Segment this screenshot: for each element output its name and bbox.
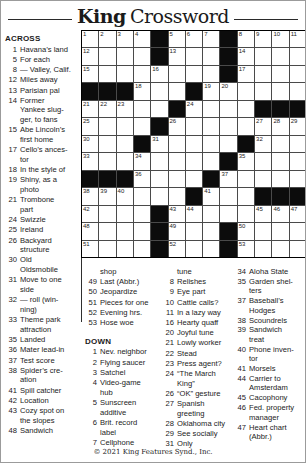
grid-cell[interactable] bbox=[151, 101, 167, 117]
clue-list-header: ACROSS bbox=[5, 34, 82, 44]
header-rule-right bbox=[234, 19, 298, 20]
grid-cell[interactable] bbox=[220, 188, 236, 204]
grid-cell[interactable]: 16 bbox=[151, 66, 167, 82]
grid-cell[interactable] bbox=[117, 136, 133, 152]
clue-number: 32 bbox=[5, 295, 17, 314]
grid-cell[interactable] bbox=[272, 171, 288, 187]
grid-cell[interactable] bbox=[99, 153, 115, 169]
grid-cell[interactable]: 7 bbox=[203, 31, 219, 47]
clue-number: 29 bbox=[162, 429, 174, 439]
grid-cell[interactable]: 19 bbox=[203, 83, 219, 99]
grid-cell[interactable] bbox=[290, 171, 306, 187]
clue-text: Cellphone bbox=[100, 438, 134, 448]
clue-number: 18 bbox=[5, 165, 17, 175]
grid-cell[interactable] bbox=[203, 153, 219, 169]
grid-cell[interactable]: 43 bbox=[169, 206, 185, 222]
clue: 12Miles away bbox=[5, 75, 82, 85]
clue-number: 23 bbox=[162, 359, 174, 369]
grid-cell[interactable] bbox=[117, 153, 133, 169]
clue-text: Press agent? bbox=[177, 359, 222, 369]
cell-number: 11 bbox=[291, 31, 297, 38]
grid-cell[interactable] bbox=[134, 48, 150, 64]
clue: 46Fed. property manager bbox=[234, 403, 306, 422]
clue: 52Evening hrs. bbox=[85, 308, 162, 318]
grid-cell[interactable]: 2 bbox=[99, 31, 115, 47]
clue-number: 21 bbox=[5, 195, 17, 214]
grid-cell[interactable]: 21 bbox=[82, 101, 98, 117]
grid-cell[interactable] bbox=[220, 118, 236, 134]
grid-cell[interactable]: 41 bbox=[203, 188, 219, 204]
grid-cell[interactable] bbox=[203, 206, 219, 222]
grid-cell[interactable] bbox=[255, 241, 271, 257]
grid-cell[interactable] bbox=[203, 101, 219, 117]
clue-text: Shiny, as a photo bbox=[20, 175, 57, 194]
clue: 33Theme park attraction bbox=[5, 315, 82, 334]
grid-cell[interactable]: 38 bbox=[82, 188, 98, 204]
grid-cell[interactable] bbox=[99, 241, 115, 257]
block-cell bbox=[220, 48, 236, 64]
clue-text: Flying saucer bbox=[100, 358, 145, 368]
clue: 2Flying saucer bbox=[85, 358, 162, 368]
clue-number: 27 bbox=[162, 399, 174, 418]
grid-cell[interactable] bbox=[169, 83, 185, 99]
clue-text: Spill catcher bbox=[20, 386, 61, 396]
grid-cell[interactable] bbox=[290, 48, 306, 64]
clue-text: Morsels bbox=[249, 364, 276, 373]
grid-cell[interactable] bbox=[255, 171, 271, 187]
grid-cell[interactable]: 11 bbox=[290, 31, 306, 47]
grid-cell[interactable] bbox=[117, 223, 133, 239]
clue-text: In the style of bbox=[20, 165, 65, 175]
grid-cell[interactable] bbox=[238, 206, 254, 222]
block-cell bbox=[134, 136, 150, 152]
grid-cell[interactable]: 14 bbox=[238, 48, 254, 64]
grid-cell[interactable] bbox=[99, 223, 115, 239]
grid-cell[interactable] bbox=[117, 118, 133, 134]
grid-cell[interactable] bbox=[186, 223, 202, 239]
grid-cell[interactable] bbox=[203, 66, 219, 82]
grid-cell[interactable] bbox=[290, 153, 306, 169]
grid-cell[interactable] bbox=[203, 136, 219, 152]
cell-number: 9 bbox=[256, 31, 259, 38]
clue: 38Spider’s cre- ation bbox=[5, 366, 82, 385]
clue-text: Joyful tune bbox=[177, 328, 214, 338]
grid-cell[interactable] bbox=[134, 66, 150, 82]
clue-text: Satchel bbox=[100, 368, 125, 378]
cell-number: 37 bbox=[221, 171, 228, 178]
grid-cell[interactable] bbox=[186, 136, 202, 152]
block-cell bbox=[151, 31, 167, 47]
block-cell bbox=[220, 241, 236, 257]
clue: 43Cozy spot on the slopes bbox=[5, 406, 82, 425]
grid-cell[interactable] bbox=[99, 118, 115, 134]
clue: 25Ireland bbox=[5, 225, 82, 235]
clue-text: Stead bbox=[177, 349, 197, 359]
grid-cell[interactable] bbox=[99, 48, 115, 64]
clue: 36Mater lead-in bbox=[5, 345, 82, 355]
block-cell bbox=[203, 171, 219, 187]
grid-cell[interactable]: 18 bbox=[134, 83, 150, 99]
clue-text: Miles away bbox=[20, 75, 58, 85]
cell-number: 26 bbox=[170, 118, 177, 125]
title-king: King bbox=[77, 5, 126, 27]
grid-cell[interactable]: 44 bbox=[186, 206, 202, 222]
grid-cell[interactable]: 52 bbox=[169, 241, 185, 257]
grid-cell[interactable]: 8 bbox=[238, 31, 254, 47]
block-cell bbox=[151, 48, 167, 64]
grid-cell[interactable]: 29 bbox=[290, 118, 306, 134]
clue-number: 30 bbox=[5, 255, 17, 274]
grid-cell[interactable]: 50 bbox=[238, 223, 254, 239]
grid-cell[interactable] bbox=[238, 83, 254, 99]
block-cell bbox=[117, 83, 133, 99]
clue-number: 36 bbox=[5, 345, 17, 355]
clue-text: Spanish greeting bbox=[177, 399, 204, 418]
grid-cell[interactable]: 53 bbox=[238, 241, 254, 257]
clue-number: 37 bbox=[5, 356, 17, 366]
clue-text: Hose woe bbox=[100, 318, 134, 328]
grid-cell[interactable] bbox=[117, 206, 133, 222]
grid-cell[interactable]: 30 bbox=[82, 136, 98, 152]
clue: 26Backyard structure bbox=[5, 236, 82, 255]
cell-number: 22 bbox=[100, 101, 107, 108]
grid-cell[interactable] bbox=[272, 223, 288, 239]
clue-number bbox=[85, 267, 97, 277]
clue-number: 2 bbox=[85, 358, 97, 368]
clue: 44Carrier to Amsterdam bbox=[234, 374, 306, 393]
grid-cell[interactable]: 31 bbox=[151, 136, 167, 152]
cell-number: 40 bbox=[118, 188, 125, 195]
cell-number: 33 bbox=[83, 153, 90, 160]
grid-cell[interactable] bbox=[220, 136, 236, 152]
grid-cell[interactable] bbox=[151, 188, 167, 204]
clue-text: Cacophony bbox=[249, 393, 287, 402]
grid-cell[interactable] bbox=[134, 206, 150, 222]
cell-number: 49 bbox=[170, 223, 177, 230]
grid-cell[interactable] bbox=[134, 101, 150, 117]
clue-number: 51 bbox=[85, 298, 97, 308]
clue: 49Last (Abbr.) bbox=[85, 277, 162, 287]
grid-cell[interactable] bbox=[151, 153, 167, 169]
grid-cell[interactable]: 13 bbox=[169, 48, 185, 64]
cell-number: 4 bbox=[135, 31, 138, 38]
grid-cell[interactable] bbox=[186, 153, 202, 169]
clue-text: Sandwich bbox=[20, 426, 53, 436]
grid-cell[interactable] bbox=[272, 153, 288, 169]
grid-cell[interactable] bbox=[99, 136, 115, 152]
grid-cell[interactable] bbox=[134, 118, 150, 134]
clue-number: 19 bbox=[5, 175, 17, 194]
clue-text: Hearty quaff bbox=[177, 318, 218, 328]
clue: 35Garden shel- ters bbox=[234, 277, 306, 296]
grid-cell[interactable]: 3 bbox=[117, 31, 133, 47]
grid-cell[interactable] bbox=[203, 223, 219, 239]
grid-cell[interactable] bbox=[290, 136, 306, 152]
clue-number: 6 bbox=[85, 418, 97, 437]
clue-number: 38 bbox=[234, 316, 246, 325]
clue-number: 10 bbox=[162, 298, 174, 308]
clue-number: 50 bbox=[85, 287, 97, 297]
grid-cell[interactable]: 27 bbox=[255, 118, 271, 134]
clue-number: 8 bbox=[5, 65, 17, 75]
grid-cell[interactable] bbox=[255, 83, 271, 99]
clue-number: 16 bbox=[162, 318, 174, 328]
cell-number: 1 bbox=[83, 31, 86, 38]
cell-number: 41 bbox=[204, 188, 211, 195]
grid-cell[interactable] bbox=[255, 153, 271, 169]
clue-text: “OK” gesture bbox=[177, 389, 220, 399]
clue-text: Eye part bbox=[177, 287, 205, 297]
grid-cell[interactable] bbox=[272, 136, 288, 152]
clue: 37Test score bbox=[5, 356, 82, 366]
grid-cell[interactable] bbox=[169, 171, 185, 187]
grid-cell[interactable] bbox=[169, 66, 185, 82]
clue-text: Pieces for one bbox=[100, 298, 149, 308]
grid-cell[interactable] bbox=[99, 66, 115, 82]
grid-cell[interactable] bbox=[99, 206, 115, 222]
clue-text: Cattle calls? bbox=[177, 298, 218, 308]
block-cell bbox=[99, 171, 115, 187]
cell-number: 39 bbox=[100, 188, 107, 195]
grid-cell[interactable] bbox=[220, 206, 236, 222]
block-cell bbox=[151, 241, 167, 257]
clue-number: 28 bbox=[162, 419, 174, 429]
grid-cell[interactable]: 37 bbox=[220, 171, 236, 187]
grid-cell[interactable] bbox=[117, 66, 133, 82]
cell-number: 43 bbox=[170, 206, 177, 213]
clue-text: shop bbox=[100, 267, 116, 277]
cell-number: 48 bbox=[83, 223, 90, 230]
grid-cell[interactable]: 24 bbox=[186, 101, 202, 117]
clue: 50Jeopardize bbox=[85, 287, 162, 297]
grid-cell[interactable] bbox=[134, 241, 150, 257]
grid-cell[interactable]: 33 bbox=[82, 153, 98, 169]
grid-cell[interactable] bbox=[117, 241, 133, 257]
cell-number: 12 bbox=[83, 48, 90, 55]
clue: 34Aloha State bbox=[234, 267, 306, 276]
clue: 53Hose woe bbox=[85, 318, 162, 328]
cell-number: 51 bbox=[83, 241, 90, 248]
grid-cell[interactable]: 36 bbox=[134, 171, 150, 187]
cell-number: 2 bbox=[100, 31, 103, 38]
grid-cell[interactable]: 12 bbox=[82, 48, 98, 64]
grid-cell[interactable] bbox=[203, 118, 219, 134]
grid-cell[interactable]: 32 bbox=[255, 136, 271, 152]
clue-text: Havana’s land bbox=[20, 45, 68, 55]
grid-cell[interactable] bbox=[238, 171, 254, 187]
grid-cell[interactable] bbox=[290, 241, 306, 257]
grid-cell[interactable] bbox=[290, 66, 306, 82]
grid-cell[interactable] bbox=[203, 48, 219, 64]
cell-number: 31 bbox=[152, 136, 159, 143]
grid-cell[interactable] bbox=[272, 83, 288, 99]
grid-cell[interactable] bbox=[134, 223, 150, 239]
clue-number: 41 bbox=[234, 364, 246, 373]
clue-text: Phone inven- tor bbox=[249, 345, 294, 364]
clue: 17Cello’s ances- tor bbox=[5, 145, 82, 164]
grid-cell[interactable]: 40 bbox=[117, 188, 133, 204]
clue: 51Pieces for one bbox=[85, 298, 162, 308]
clue-number: 44 bbox=[234, 374, 246, 393]
grid-cell[interactable] bbox=[117, 48, 133, 64]
grid-cell[interactable] bbox=[290, 83, 306, 99]
clue-column-across: ACROSS1Havana’s land5For each8— Valley, … bbox=[5, 34, 82, 436]
clue: 47Heart chart (Abbr.) bbox=[234, 423, 306, 442]
grid-cell[interactable]: 28 bbox=[272, 118, 288, 134]
clue-text: Carrier to Amsterdam bbox=[249, 374, 288, 393]
cell-number: 30 bbox=[83, 136, 90, 143]
grid-cell[interactable]: 46 bbox=[272, 206, 288, 222]
clue-number: 5 bbox=[5, 55, 17, 65]
grid-cell[interactable] bbox=[169, 153, 185, 169]
grid-cell[interactable]: 20 bbox=[220, 83, 236, 99]
clue: 41Spill catcher bbox=[5, 386, 82, 396]
grid-cell[interactable]: 48 bbox=[82, 223, 98, 239]
grid-cell[interactable] bbox=[238, 118, 254, 134]
header-rule-left bbox=[8, 19, 72, 20]
crossword-grid: 1234567891011121314151617181920212223242… bbox=[81, 30, 306, 258]
clue: 15Abe Lincoln’s first home bbox=[5, 125, 82, 144]
block-cell bbox=[186, 83, 202, 99]
clue-number: 26 bbox=[5, 236, 17, 255]
clue-number: 24 bbox=[5, 215, 17, 225]
grid-cell[interactable] bbox=[272, 66, 288, 82]
grid-cell[interactable]: 9 bbox=[255, 31, 271, 47]
clue: 24“The March King” bbox=[162, 369, 234, 388]
clue-number: 17 bbox=[5, 145, 17, 164]
cell-number: 36 bbox=[135, 171, 142, 178]
grid-cell[interactable]: 22 bbox=[99, 101, 115, 117]
block-cell bbox=[151, 206, 167, 222]
block-cell bbox=[290, 188, 306, 204]
grid-cell[interactable] bbox=[186, 48, 202, 64]
cell-number: 47 bbox=[291, 206, 298, 213]
clue: 13Parisian pal bbox=[5, 86, 82, 96]
grid-cell[interactable]: 23 bbox=[117, 101, 133, 117]
clue-text: Relishes bbox=[177, 277, 206, 287]
cell-number: 19 bbox=[204, 83, 211, 90]
block-cell bbox=[186, 188, 202, 204]
grid-cell[interactable]: 10 bbox=[272, 31, 288, 47]
clue-text: Cozy spot on the slopes bbox=[20, 406, 64, 425]
grid-cell[interactable] bbox=[169, 188, 185, 204]
grid-cell[interactable]: 15 bbox=[82, 66, 98, 82]
grid-cell[interactable]: 4 bbox=[134, 31, 150, 47]
clue-text: — Valley, Calif. bbox=[20, 65, 71, 75]
clue-text: See socially bbox=[177, 429, 218, 439]
grid-cell[interactable]: 1 bbox=[82, 31, 98, 47]
grid-cell[interactable]: 45 bbox=[255, 206, 271, 222]
clue-text: In a lazy way bbox=[177, 308, 221, 318]
clue: 9Eye part bbox=[162, 287, 234, 297]
grid-cell[interactable] bbox=[151, 83, 167, 99]
clue: 8— Valley, Calif. bbox=[5, 65, 82, 75]
grid-cell[interactable] bbox=[255, 223, 271, 239]
grid-cell[interactable] bbox=[290, 223, 306, 239]
grid-cell[interactable]: 49 bbox=[169, 223, 185, 239]
clue-number: 53 bbox=[85, 318, 97, 328]
clue-number: 49 bbox=[85, 277, 97, 287]
clue-text: Sandwich treat bbox=[249, 325, 282, 344]
clue-text: Theme park attraction bbox=[20, 315, 61, 334]
clue: 23Press agent? bbox=[162, 359, 234, 369]
grid-cell[interactable]: 26 bbox=[169, 118, 185, 134]
grid-cell[interactable] bbox=[238, 101, 254, 117]
grid-cell[interactable] bbox=[220, 101, 236, 117]
clue: 16Hearty quaff bbox=[162, 318, 234, 328]
clue-number: 39 bbox=[234, 325, 246, 344]
grid-cell[interactable] bbox=[255, 66, 271, 82]
clue: 27Spanish greeting bbox=[162, 399, 234, 418]
clue-number: 35 bbox=[234, 277, 246, 296]
block-cell bbox=[82, 83, 98, 99]
block-cell bbox=[117, 171, 133, 187]
grid-cell[interactable] bbox=[186, 66, 202, 82]
clue-number: 43 bbox=[5, 406, 17, 425]
clue: 39Sandwich treat bbox=[234, 325, 306, 344]
clue: 8Relishes bbox=[162, 277, 234, 287]
clue-text: Garden shel- ters bbox=[249, 277, 293, 296]
grid-cell[interactable] bbox=[169, 136, 185, 152]
grid-cell[interactable]: 25 bbox=[82, 118, 98, 134]
cell-number: 28 bbox=[273, 118, 280, 125]
clue: 38Scoundrels bbox=[234, 316, 306, 325]
clue: 5For each bbox=[5, 55, 82, 65]
block-cell bbox=[220, 223, 236, 239]
grid-cell[interactable]: 34 bbox=[134, 153, 150, 169]
cell-number: 44 bbox=[187, 206, 194, 213]
block-cell bbox=[290, 101, 306, 117]
clue-number: 35 bbox=[5, 335, 17, 345]
grid-cell[interactable]: 17 bbox=[238, 66, 254, 82]
clue-text: Video-game hub bbox=[100, 378, 141, 397]
grid-cell[interactable] bbox=[186, 171, 202, 187]
clue-text: Move to one side bbox=[20, 275, 62, 294]
grid-cell[interactable]: 39 bbox=[99, 188, 115, 204]
clue: 11In a lazy way bbox=[162, 308, 234, 318]
clue-text: Last (Abbr.) bbox=[100, 277, 139, 287]
grid-cell[interactable] bbox=[151, 171, 167, 187]
cell-number: 15 bbox=[83, 66, 90, 73]
clue-number: 38 bbox=[5, 366, 17, 385]
clue-number: 41 bbox=[5, 386, 17, 396]
clue-text: Baseball’s Hodges bbox=[249, 296, 283, 315]
grid-cell[interactable] bbox=[238, 188, 254, 204]
grid-cell[interactable] bbox=[186, 118, 202, 134]
grid-cell[interactable] bbox=[203, 241, 219, 257]
clue-text: Landed bbox=[20, 335, 45, 345]
clue: 26“OK” gesture bbox=[162, 389, 234, 399]
grid-cell[interactable] bbox=[186, 241, 202, 257]
grid-cell[interactable] bbox=[272, 48, 288, 64]
grid-cell[interactable] bbox=[134, 188, 150, 204]
block-cell bbox=[169, 101, 185, 117]
clue-number: 24 bbox=[162, 369, 174, 388]
clue: shop bbox=[85, 267, 162, 277]
grid-cell[interactable]: 51 bbox=[82, 241, 98, 257]
grid-cell[interactable]: 6 bbox=[186, 31, 202, 47]
grid-cell[interactable]: 35 bbox=[238, 153, 254, 169]
grid-cell[interactable]: 5 bbox=[169, 31, 185, 47]
clue: tune bbox=[162, 267, 234, 277]
clue-text: Scoundrels bbox=[249, 316, 287, 325]
grid-cell[interactable]: 42 bbox=[82, 206, 98, 222]
clue-text: Test score bbox=[20, 356, 55, 366]
clue-number: 40 bbox=[234, 345, 246, 364]
grid-cell[interactable]: 47 bbox=[290, 206, 306, 222]
grid-cell[interactable] bbox=[272, 241, 288, 257]
grid-cell[interactable] bbox=[255, 48, 271, 64]
